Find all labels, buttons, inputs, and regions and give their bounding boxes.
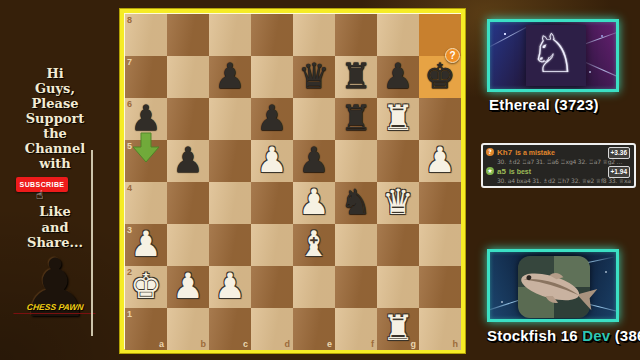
- black-pawn-b5: ♟: [167, 140, 209, 182]
- rank-label-5: 5: [127, 141, 132, 151]
- square-g5[interactable]: [377, 140, 419, 182]
- white-pawn-c2: ♟: [209, 266, 251, 308]
- greeting-line: Support: [0, 111, 110, 126]
- file-label-c: c: [243, 339, 248, 349]
- square-g2[interactable]: [377, 266, 419, 308]
- square-d5[interactable]: ♟: [251, 140, 293, 182]
- square-g7[interactable]: ♟: [377, 56, 419, 98]
- mistake-badge-icon: ?: [445, 48, 460, 63]
- square-b8[interactable]: [167, 14, 209, 56]
- square-a7[interactable]: 7: [125, 56, 167, 98]
- greeting-line: the: [0, 126, 110, 141]
- rank-label-4: 4: [127, 183, 132, 193]
- square-d7[interactable]: [251, 56, 293, 98]
- best-eval-badge: +1.94: [608, 166, 630, 178]
- file-label-a: a: [159, 339, 164, 349]
- black-queen-e7: ♛: [293, 56, 335, 98]
- square-c7[interactable]: ♟: [209, 56, 251, 98]
- square-f4[interactable]: ♞: [335, 182, 377, 224]
- best-move-icon: ★: [486, 167, 494, 175]
- channel-name: CHESS PAWN: [13, 302, 96, 314]
- square-d6[interactable]: ♟: [251, 98, 293, 140]
- square-d8[interactable]: [251, 14, 293, 56]
- mistake-line: 30. ♗d2 ♖a7 31. ♖a6 ♖xg4 32. ♖a7 ♕g2 …: [497, 158, 631, 165]
- square-g3[interactable]: [377, 224, 419, 266]
- closing-line: Like: [0, 204, 110, 220]
- hand-cursor-icon: ☝: [36, 188, 50, 202]
- square-e1[interactable]: e: [293, 308, 335, 350]
- closing-line: and: [0, 220, 110, 236]
- square-a1[interactable]: 1a: [125, 308, 167, 350]
- square-h1[interactable]: h: [419, 308, 461, 350]
- square-b2[interactable]: ♟: [167, 266, 209, 308]
- black-knight-f4: ♞: [335, 182, 377, 224]
- stockfish-engine-image: [487, 249, 619, 322]
- black-pawn-d6: ♟: [251, 98, 293, 140]
- mistake-move: Kh7: [497, 148, 512, 157]
- square-h5[interactable]: ♟: [419, 140, 461, 182]
- square-f8[interactable]: [335, 14, 377, 56]
- square-b7[interactable]: [167, 56, 209, 98]
- square-f3[interactable]: [335, 224, 377, 266]
- white-bishop-e3: ♝: [293, 224, 335, 266]
- square-g6[interactable]: ♜: [377, 98, 419, 140]
- square-c2[interactable]: ♟: [209, 266, 251, 308]
- greeting-line: Please: [0, 96, 110, 111]
- rank-label-1: 1: [127, 309, 132, 319]
- square-d4[interactable]: [251, 182, 293, 224]
- rank-label-7: 7: [127, 57, 132, 67]
- square-c6[interactable]: [209, 98, 251, 140]
- square-e3[interactable]: ♝: [293, 224, 335, 266]
- ethereal-engine-image: ♘: [487, 19, 619, 92]
- top-engine-name: Ethereal (3723): [489, 96, 599, 113]
- square-c8[interactable]: [209, 14, 251, 56]
- file-label-d: d: [285, 339, 291, 349]
- greeting-text: Hi Guys, Please Support the Channel with: [0, 66, 110, 171]
- bottom-engine-rating: (3862): [615, 327, 640, 344]
- fish-icon: [508, 264, 600, 312]
- square-f5[interactable]: [335, 140, 377, 182]
- file-label-e: e: [327, 339, 332, 349]
- white-pawn-h5: ♟: [419, 140, 461, 182]
- square-b6[interactable]: [167, 98, 209, 140]
- rank-label-3: 3: [127, 225, 132, 235]
- square-d3[interactable]: [251, 224, 293, 266]
- mistake-eval-badge: +3.36: [608, 147, 630, 159]
- square-g1[interactable]: g♜: [377, 308, 419, 350]
- rank-label-6: 6: [127, 99, 132, 109]
- black-pawn-e5: ♟: [293, 140, 335, 182]
- square-f6[interactable]: ♜: [335, 98, 377, 140]
- square-b3[interactable]: [167, 224, 209, 266]
- square-e4[interactable]: ♟: [293, 182, 335, 224]
- bottom-engine-name-main: Stockfish 16: [487, 327, 578, 344]
- square-c1[interactable]: c: [209, 308, 251, 350]
- square-c5[interactable]: [209, 140, 251, 182]
- analysis-row-best[interactable]: ★ a5 is best +1.94 30. a4 bxa4 31. ♗d2 ♖…: [486, 166, 631, 185]
- best-move: a5: [497, 167, 506, 176]
- square-h4[interactable]: [419, 182, 461, 224]
- greeting-line: Channel: [0, 141, 110, 156]
- square-e5[interactable]: ♟: [293, 140, 335, 182]
- square-d1[interactable]: d: [251, 308, 293, 350]
- rank-label-2: 2: [127, 267, 132, 277]
- knight-icon: ♘: [490, 22, 616, 89]
- square-h6[interactable]: [419, 98, 461, 140]
- square-a3[interactable]: 3♟: [125, 224, 167, 266]
- bottom-engine-name: Stockfish 16 Dev (3862): [487, 327, 640, 344]
- white-pawn-b2: ♟: [167, 266, 209, 308]
- square-f2[interactable]: [335, 266, 377, 308]
- square-a4[interactable]: 4: [125, 182, 167, 224]
- file-label-h: h: [453, 339, 459, 349]
- white-queen-g4: ♛: [377, 182, 419, 224]
- square-e7[interactable]: ♛: [293, 56, 335, 98]
- best-line: 30. a4 bxa4 31. ♗d2 ♖h7 32. ♕e2 ♕f8 33. …: [497, 177, 631, 184]
- square-c3[interactable]: [209, 224, 251, 266]
- mistake-verdict: is a mistake: [515, 149, 555, 156]
- greeting-line: with: [0, 156, 110, 171]
- black-pawn-c7: ♟: [209, 56, 251, 98]
- analysis-panel: ? Kh7 is a mistake +3.36 30. ♗d2 ♖a7 31.…: [481, 143, 636, 188]
- greeting-line: Guys,: [0, 81, 110, 96]
- square-h2[interactable]: [419, 266, 461, 308]
- channel-logo: ♟ CHESS PAWN: [0, 244, 110, 344]
- black-rook-f6: ♜: [335, 98, 377, 140]
- square-g8[interactable]: [377, 14, 419, 56]
- square-e8[interactable]: [293, 14, 335, 56]
- square-a2[interactable]: 2♚: [125, 266, 167, 308]
- black-pawn-g7: ♟: [377, 56, 419, 98]
- square-f1[interactable]: f: [335, 308, 377, 350]
- rank-label-8: 8: [127, 15, 132, 25]
- square-g4[interactable]: ♛: [377, 182, 419, 224]
- square-f7[interactable]: ♜: [335, 56, 377, 98]
- white-pawn-d5: ♟: [251, 140, 293, 182]
- mistake-icon: ?: [486, 148, 494, 156]
- left-message-panel: Hi Guys, Please Support the Channel with…: [0, 0, 119, 360]
- square-b5[interactable]: ♟: [167, 140, 209, 182]
- square-a6[interactable]: 6♟: [125, 98, 167, 140]
- square-c4[interactable]: [209, 182, 251, 224]
- greeting-line: Hi: [0, 66, 110, 81]
- bottom-engine-dev: Dev: [578, 327, 615, 344]
- square-a5[interactable]: 5: [125, 140, 167, 182]
- board-frame: 87♟♛♜♟♚6♟♟♜♜5♟♟♟♟4♟♞♛3♟♝2♚♟♟1abcdefg♜h?: [119, 8, 466, 354]
- white-rook-g6: ♜: [377, 98, 419, 140]
- square-h3[interactable]: [419, 224, 461, 266]
- thumbnail-stage: Hi Guys, Please Support the Channel with…: [0, 0, 640, 360]
- black-rook-f7: ♜: [335, 56, 377, 98]
- white-pawn-e4: ♟: [293, 182, 335, 224]
- board: 87♟♛♜♟♚6♟♟♜♜5♟♟♟♟4♟♞♛3♟♝2♚♟♟1abcdefg♜h?: [125, 14, 461, 350]
- square-d2[interactable]: [251, 266, 293, 308]
- pawn-icon: ♟: [0, 244, 110, 334]
- square-e6[interactable]: [293, 98, 335, 140]
- file-label-f: f: [371, 339, 374, 349]
- file-label-b: b: [201, 339, 207, 349]
- square-e2[interactable]: [293, 266, 335, 308]
- square-b4[interactable]: [167, 182, 209, 224]
- square-b1[interactable]: b: [167, 308, 209, 350]
- analysis-row-mistake[interactable]: ? Kh7 is a mistake +3.36 30. ♗d2 ♖a7 31.…: [486, 147, 631, 166]
- square-a8[interactable]: 8: [125, 14, 167, 56]
- file-label-g: g: [411, 339, 417, 349]
- best-verdict: is best: [509, 168, 531, 175]
- panel-divider: [91, 150, 93, 336]
